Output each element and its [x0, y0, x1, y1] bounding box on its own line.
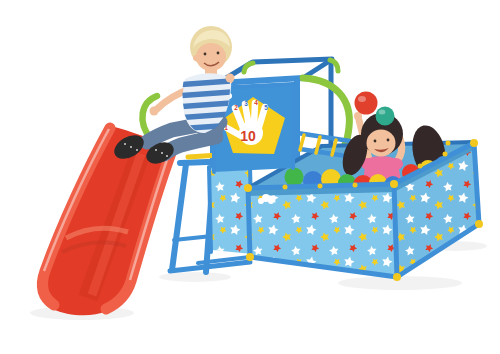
boy-right-hand: [150, 107, 159, 116]
boy-ear: [193, 55, 199, 61]
boy-face: [196, 43, 226, 71]
slide: [40, 96, 174, 315]
fabric-clip: [446, 141, 451, 146]
fabric-clip: [353, 183, 358, 188]
palm-score-number: 10: [240, 128, 256, 144]
fabric-clip: [418, 164, 423, 169]
fabric-clip: [318, 184, 323, 189]
corner-connector: [390, 180, 398, 188]
girl-eye: [387, 139, 390, 142]
play-gym-scene: 1 2 3 4 5 10: [0, 0, 500, 354]
ball-highlight: [379, 110, 386, 115]
product-photo: 1 2 3 4 5 10: [0, 0, 500, 354]
finger-number: 4: [254, 99, 258, 106]
held-ball-red: [355, 92, 378, 115]
under-platform-star-panel: [208, 165, 252, 255]
boy-left-hand: [226, 74, 235, 83]
fabric-clip: [443, 152, 448, 157]
finger-number: 3: [244, 100, 248, 107]
finger-number: 2: [234, 104, 238, 111]
finger-number: 5: [264, 104, 268, 111]
green-elbow-connector: [244, 63, 253, 72]
corner-connector: [470, 139, 478, 147]
boy-eye: [217, 52, 220, 55]
pit-corner-post: [248, 188, 250, 257]
girl-eye: [374, 140, 377, 143]
corner-connector: [244, 184, 252, 192]
corner-connector: [475, 220, 483, 228]
corner-connector: [246, 253, 254, 261]
ball-highlight: [358, 96, 366, 102]
frame-leg: [172, 164, 186, 270]
cube-back-top-tube: [253, 59, 332, 62]
ball: [285, 168, 304, 187]
corner-connector: [393, 273, 401, 281]
fabric-clip: [283, 185, 288, 190]
pit-corner-post: [394, 184, 397, 277]
held-ball-teal: [376, 107, 395, 126]
girl-face: [367, 130, 396, 157]
boy-eye: [204, 53, 207, 56]
